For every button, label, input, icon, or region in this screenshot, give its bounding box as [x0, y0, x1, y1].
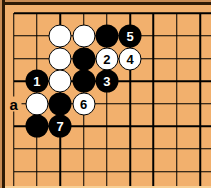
board-intersection — [2, 25, 25, 48]
board-intersection: 2 — [95, 47, 118, 70]
board-intersection: 6 — [72, 92, 95, 115]
board-intersection — [49, 138, 72, 161]
board-intersection — [49, 70, 72, 93]
white-stone — [25, 92, 48, 115]
go-board-grid: 52413a67 — [2, 2, 211, 188]
board-intersection — [95, 138, 118, 161]
black-stone — [49, 92, 72, 115]
board-intersection — [165, 115, 188, 138]
board-intersection — [142, 92, 165, 115]
board-intersection — [118, 115, 141, 138]
board-intersection — [2, 47, 25, 70]
white-stone-move-6: 6 — [72, 92, 95, 115]
board-intersection — [25, 25, 48, 48]
board-intersection — [25, 92, 48, 115]
board-intersection: 5 — [118, 25, 141, 48]
board-clip-bottom-strip — [0, 186, 211, 188]
board-intersection — [2, 115, 25, 138]
black-stone — [72, 70, 95, 93]
black-stone-move-3: 3 — [95, 70, 118, 93]
black-stone-move-7: 7 — [49, 115, 72, 138]
board-intersection — [95, 25, 118, 48]
black-stone — [95, 24, 118, 47]
board-intersection — [118, 70, 141, 93]
white-stone-move-4: 4 — [119, 47, 142, 70]
board-intersection — [142, 70, 165, 93]
black-stone — [72, 47, 95, 70]
black-stone — [25, 115, 48, 138]
board-intersection — [118, 2, 141, 25]
board-intersection — [188, 138, 211, 161]
board-intersection — [25, 47, 48, 70]
board-intersection — [188, 47, 211, 70]
board-intersection — [165, 47, 188, 70]
board-intersection — [165, 2, 188, 25]
board-intersection — [142, 160, 165, 183]
board-intersection — [118, 92, 141, 115]
board-intersection — [25, 115, 48, 138]
board-intersection: 1 — [25, 70, 48, 93]
board-intersection — [2, 138, 25, 161]
board-intersection — [72, 47, 95, 70]
board-intersection: a — [2, 92, 25, 115]
board-intersection — [25, 2, 48, 25]
board-intersection — [49, 92, 72, 115]
white-stone — [49, 24, 72, 47]
board-edge-left — [2, 0, 5, 188]
board-intersection — [95, 2, 118, 25]
board-intersection — [72, 138, 95, 161]
board-intersection — [142, 115, 165, 138]
board-intersection — [95, 115, 118, 138]
white-stone — [49, 47, 72, 70]
white-stone-move-2: 2 — [95, 47, 118, 70]
white-stone — [72, 24, 95, 47]
board-intersection — [142, 47, 165, 70]
black-stone-move-5: 5 — [119, 24, 142, 47]
board-intersection — [188, 25, 211, 48]
board-intersection — [49, 160, 72, 183]
board-intersection — [2, 160, 25, 183]
board-intersection — [2, 2, 25, 25]
board-intersection — [25, 160, 48, 183]
board-intersection: 4 — [118, 47, 141, 70]
board-intersection — [165, 160, 188, 183]
board-intersection — [25, 138, 48, 161]
board-intersection — [165, 92, 188, 115]
board-intersection — [49, 2, 72, 25]
board-intersection — [72, 2, 95, 25]
white-stone — [49, 70, 72, 93]
board-intersection — [49, 47, 72, 70]
board-intersection — [142, 2, 165, 25]
board-intersection — [165, 138, 188, 161]
board-intersection — [188, 92, 211, 115]
board-intersection — [188, 115, 211, 138]
board-intersection — [188, 70, 211, 93]
board-intersection: 3 — [95, 70, 118, 93]
board-intersection — [72, 70, 95, 93]
go-diagram: 52413a67 — [0, 0, 211, 188]
board-intersection — [142, 25, 165, 48]
board-intersection — [118, 160, 141, 183]
board-intersection: 7 — [49, 115, 72, 138]
board-intersection — [165, 25, 188, 48]
board-intersection — [188, 2, 211, 25]
board-intersection — [49, 25, 72, 48]
board-intersection — [188, 160, 211, 183]
board-intersection — [118, 138, 141, 161]
board-intersection — [165, 70, 188, 93]
board-intersection — [72, 160, 95, 183]
board-intersection — [2, 70, 25, 93]
board-intersection — [95, 92, 118, 115]
board-intersection — [72, 115, 95, 138]
board-intersection — [95, 160, 118, 183]
board-intersection — [72, 25, 95, 48]
board-intersection — [142, 138, 165, 161]
board-edge-top — [0, 2, 211, 5]
point-label-a: a — [6, 96, 21, 111]
black-stone-move-1: 1 — [25, 70, 48, 93]
